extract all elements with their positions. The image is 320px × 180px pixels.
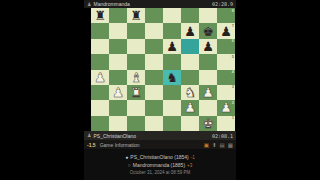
- rating-change-tag: -1: [191, 155, 195, 160]
- top-player-bar: ♟ Mandrommanda 02:28.9: [84, 0, 236, 8]
- square-c3[interactable]: ♜: [127, 85, 145, 100]
- square-f6[interactable]: [181, 39, 199, 54]
- bottom-player-bar: ♟ PS_ChristianOlano 02:08.1: [84, 131, 236, 140]
- square-h6[interactable]: 6: [217, 39, 235, 54]
- square-c5[interactable]: [127, 54, 145, 69]
- rank-coordinate: 8: [232, 9, 234, 13]
- black-pawn[interactable]: ♟: [202, 39, 214, 52]
- square-e2[interactable]: [163, 100, 181, 115]
- square-d2[interactable]: [145, 100, 163, 115]
- player-info-text: PS_ChristianOlano (1854): [130, 154, 188, 160]
- black-pawn[interactable]: ♟: [184, 24, 196, 37]
- bottom-player-name-group: ♟ PS_ChristianOlano: [87, 133, 136, 139]
- square-e7[interactable]: [163, 23, 181, 38]
- game-date: October 31, 2024 at 08:59 PM: [130, 170, 190, 175]
- black-dot-icon: ●: [125, 154, 128, 160]
- tab-game-information[interactable]: Game Information: [100, 142, 140, 148]
- player-info-line: ○ Mandrommanda (1885) +3: [128, 162, 192, 168]
- square-g5[interactable]: [199, 54, 217, 69]
- bottom-player-clock: 02:08.1: [212, 133, 233, 139]
- top-player-clock: 02:28.9: [212, 1, 233, 7]
- square-a3[interactable]: [91, 85, 109, 100]
- rank-coordinate: 3: [232, 85, 234, 89]
- square-g3[interactable]: ♟: [199, 85, 217, 100]
- rank-coordinate: 2: [232, 101, 234, 105]
- square-g1[interactable]: ♚: [199, 116, 217, 131]
- tab-bar: -1.5 Game Information ▣⬆▤▦: [84, 140, 236, 149]
- square-e3[interactable]: [163, 85, 181, 100]
- square-b6[interactable]: [109, 39, 127, 54]
- square-h7[interactable]: ♟7: [217, 23, 235, 38]
- square-c6[interactable]: [127, 39, 145, 54]
- square-d1[interactable]: [145, 116, 163, 131]
- video-frame: ♟ Mandrommanda 02:28.9 ♜♜8♟♚♟7♟♟65♟♝♞4♟♜…: [0, 0, 320, 180]
- square-g2[interactable]: [199, 100, 217, 115]
- square-b2[interactable]: [109, 100, 127, 115]
- square-f1[interactable]: [181, 116, 199, 131]
- white-knight[interactable]: ♞: [184, 86, 196, 99]
- square-e6[interactable]: ♟: [163, 39, 181, 54]
- white-pawn[interactable]: ♟: [220, 101, 232, 114]
- square-d8[interactable]: [145, 8, 163, 23]
- share-icon[interactable]: ⬆: [212, 142, 217, 148]
- square-d6[interactable]: [145, 39, 163, 54]
- square-h1[interactable]: 1: [217, 116, 235, 131]
- square-g7[interactable]: ♚: [199, 23, 217, 38]
- square-a5[interactable]: [91, 54, 109, 69]
- bottom-player-name: PS_ChristianOlano: [93, 133, 136, 139]
- square-c7[interactable]: [127, 23, 145, 38]
- square-g4[interactable]: [199, 70, 217, 85]
- square-b3[interactable]: ♟: [109, 85, 127, 100]
- square-c1[interactable]: [127, 116, 145, 131]
- square-e1[interactable]: [163, 116, 181, 131]
- white-pawn[interactable]: ♟: [94, 70, 106, 83]
- top-player-name-group: ♟ Mandrommanda: [87, 1, 130, 7]
- square-g6[interactable]: ♟: [199, 39, 217, 54]
- square-a2[interactable]: [91, 100, 109, 115]
- player-info-line: ● PS_ChristianOlano (1854) -1: [125, 154, 194, 160]
- rank-coordinate: 5: [232, 55, 234, 59]
- black-pawn-icon: ♟: [87, 2, 91, 7]
- rank-coordinate: 7: [232, 24, 234, 28]
- square-d4[interactable]: [145, 70, 163, 85]
- black-knight[interactable]: ♞: [166, 70, 178, 83]
- white-dot-icon: ○: [128, 162, 131, 168]
- square-c8[interactable]: ♜: [127, 8, 145, 23]
- rank-coordinate: 6: [232, 39, 234, 43]
- analysis-icon[interactable]: ▣: [204, 142, 209, 148]
- square-a4[interactable]: ♟: [91, 70, 109, 85]
- white-rook[interactable]: ♜: [130, 86, 142, 99]
- white-king[interactable]: ♚: [202, 116, 214, 129]
- white-pawn[interactable]: ♟: [202, 86, 214, 99]
- square-f3[interactable]: ♞: [181, 85, 199, 100]
- square-h3[interactable]: 3: [217, 85, 235, 100]
- square-f4[interactable]: [181, 70, 199, 85]
- player-info-text: Mandrommanda (1885): [133, 162, 185, 168]
- rating-change-tag: +3: [187, 163, 192, 168]
- square-b1[interactable]: [109, 116, 127, 131]
- chess-board[interactable]: ♜♜8♟♚♟7♟♟65♟♝♞4♟♜♞♟3♟♟2♚1: [91, 8, 235, 131]
- square-h2[interactable]: ♟2: [217, 100, 235, 115]
- rank-coordinate: 4: [232, 70, 234, 74]
- black-rook[interactable]: ♜: [94, 9, 106, 22]
- white-pawn[interactable]: ♟: [112, 86, 124, 99]
- square-c2[interactable]: [127, 100, 145, 115]
- square-e5[interactable]: [163, 54, 181, 69]
- black-pawn[interactable]: ♟: [220, 24, 232, 37]
- eval-score: -1.5: [87, 142, 96, 148]
- square-f5[interactable]: [181, 54, 199, 69]
- square-e8[interactable]: [163, 8, 181, 23]
- top-player-name: Mandrommanda: [93, 1, 129, 7]
- black-pawn[interactable]: ♟: [166, 39, 178, 52]
- white-pawn[interactable]: ♟: [184, 101, 196, 114]
- black-king[interactable]: ♚: [202, 24, 214, 37]
- square-b7[interactable]: [109, 23, 127, 38]
- square-h4[interactable]: 4: [217, 70, 235, 85]
- square-f2[interactable]: ♟: [181, 100, 199, 115]
- app-content: ♟ Mandrommanda 02:28.9 ♜♜8♟♚♟7♟♟65♟♝♞4♟♜…: [84, 0, 236, 180]
- square-a7[interactable]: [91, 23, 109, 38]
- square-e4[interactable]: ♞: [163, 70, 181, 85]
- square-h8[interactable]: 8: [217, 8, 235, 23]
- black-rook[interactable]: ♜: [130, 9, 142, 22]
- square-c4[interactable]: ♝: [127, 70, 145, 85]
- square-a8[interactable]: ♜: [91, 8, 109, 23]
- tab-icon-group: ▣⬆▤▦: [204, 142, 233, 148]
- square-b8[interactable]: [109, 8, 127, 23]
- rank-coordinate: 1: [232, 116, 234, 120]
- white-pawn-icon: ♟: [87, 133, 91, 138]
- square-f8[interactable]: [181, 8, 199, 23]
- square-h5[interactable]: 5: [217, 54, 235, 69]
- square-d3[interactable]: [145, 85, 163, 100]
- square-f7[interactable]: ♟: [181, 23, 199, 38]
- square-d7[interactable]: [145, 23, 163, 38]
- square-d5[interactable]: [145, 54, 163, 69]
- square-a6[interactable]: [91, 39, 109, 54]
- square-g8[interactable]: [199, 8, 217, 23]
- board-icon[interactable]: ▦: [228, 142, 233, 148]
- white-bishop[interactable]: ♝: [130, 70, 142, 83]
- square-b4[interactable]: [109, 70, 127, 85]
- square-a1[interactable]: [91, 116, 109, 131]
- list-icon[interactable]: ▤: [220, 142, 225, 148]
- game-info-panel: ● PS_ChristianOlano (1854) -1 ○ Mandromm…: [84, 149, 236, 180]
- square-b5[interactable]: [109, 54, 127, 69]
